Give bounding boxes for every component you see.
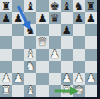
piece-black-rook[interactable]: ♜ [86, 0, 96, 11]
square-c5[interactable] [24, 36, 36, 48]
square-a7[interactable]: ♟ [0, 12, 12, 24]
piece-white-pawn[interactable]: ♟ [50, 49, 60, 60]
piece-black-pawn[interactable]: ♟ [62, 24, 72, 35]
square-c3[interactable]: ♞ [24, 61, 36, 73]
piece-black-pawn[interactable]: ♟ [38, 12, 48, 23]
square-d7[interactable]: ♟ [36, 12, 48, 24]
piece-white-pawn[interactable]: ♟ [1, 73, 11, 84]
square-b7[interactable]: ♟ [12, 12, 24, 24]
square-c4[interactable]: ♝ [24, 49, 36, 61]
square-h7[interactable]: ♟ [85, 12, 97, 24]
square-h6[interactable] [85, 24, 97, 36]
square-h8[interactable]: ♜ [85, 0, 97, 12]
square-b6[interactable] [12, 24, 24, 36]
square-a6[interactable] [0, 24, 12, 36]
square-b2[interactable]: ♟ [12, 73, 24, 85]
square-b5[interactable] [12, 36, 24, 48]
square-e6[interactable] [49, 24, 61, 36]
square-b8[interactable] [12, 0, 24, 12]
square-f5[interactable] [61, 36, 73, 48]
square-b3[interactable] [12, 61, 24, 73]
piece-white-pawn[interactable]: ♟ [86, 73, 96, 84]
square-g5[interactable] [73, 36, 85, 48]
piece-black-knight[interactable]: ♞ [74, 0, 84, 11]
square-h5[interactable] [85, 36, 97, 48]
piece-white-pawn[interactable]: ♟ [62, 73, 72, 84]
square-d4[interactable] [36, 49, 48, 61]
square-g3[interactable] [73, 61, 85, 73]
piece-white-pawn[interactable]: ♟ [13, 73, 23, 84]
square-g2[interactable]: ♟ [73, 73, 85, 85]
piece-white-king[interactable]: ♚ [74, 85, 84, 96]
square-e5[interactable] [49, 36, 61, 48]
square-d1[interactable] [36, 85, 48, 97]
square-a2[interactable]: ♟ [0, 73, 12, 85]
square-g6[interactable] [73, 24, 85, 36]
square-f6[interactable]: ♟ [61, 24, 73, 36]
square-f4[interactable] [61, 49, 73, 61]
square-a3[interactable] [0, 61, 12, 73]
chess-board[interactable]: ♜♝♚♝♞♜♟♟♟♛♟♟♞♟♛♝♟♞♟♟♟♟♟♜♝♜♚ [0, 0, 97, 97]
square-e2[interactable] [49, 73, 61, 85]
square-c1[interactable]: ♝ [24, 85, 36, 97]
square-a5[interactable] [0, 36, 12, 48]
square-b1[interactable] [12, 85, 24, 97]
piece-black-bishop[interactable]: ♝ [25, 0, 35, 11]
square-a4[interactable] [0, 49, 12, 61]
square-a8[interactable]: ♜ [0, 0, 12, 12]
square-f7[interactable] [61, 12, 73, 24]
square-h3[interactable] [85, 61, 97, 73]
piece-white-pawn[interactable]: ♟ [74, 73, 84, 84]
piece-white-knight[interactable]: ♞ [25, 61, 35, 72]
square-g7[interactable]: ♟ [73, 12, 85, 24]
square-h1[interactable] [85, 85, 97, 97]
piece-black-king[interactable]: ♚ [50, 0, 60, 11]
square-e7[interactable]: ♛ [49, 12, 61, 24]
square-d6[interactable] [36, 24, 48, 36]
piece-black-pawn[interactable]: ♟ [86, 12, 96, 23]
piece-black-pawn[interactable]: ♟ [13, 12, 23, 23]
square-e4[interactable]: ♟ [49, 49, 61, 61]
piece-white-bishop[interactable]: ♝ [25, 49, 35, 60]
piece-black-bishop[interactable]: ♝ [62, 0, 72, 11]
piece-white-bishop[interactable]: ♝ [25, 85, 35, 96]
square-g1[interactable]: ♚ [73, 85, 85, 97]
square-c2[interactable] [24, 73, 36, 85]
square-a1[interactable]: ♜ [0, 85, 12, 97]
square-c6[interactable]: ♞ [24, 24, 36, 36]
square-d3[interactable] [36, 61, 48, 73]
square-b4[interactable] [12, 49, 24, 61]
square-c8[interactable]: ♝ [24, 0, 36, 12]
square-g8[interactable]: ♞ [73, 0, 85, 12]
square-f1[interactable]: ♜ [61, 85, 73, 97]
piece-white-rook[interactable]: ♜ [62, 85, 72, 96]
square-f8[interactable]: ♝ [61, 0, 73, 12]
square-g4[interactable] [73, 49, 85, 61]
square-c7[interactable] [24, 12, 36, 24]
piece-black-pawn[interactable]: ♟ [74, 12, 84, 23]
piece-black-rook[interactable]: ♜ [1, 0, 11, 11]
piece-black-queen[interactable]: ♛ [50, 12, 60, 23]
square-f3[interactable] [61, 61, 73, 73]
square-e1[interactable] [49, 85, 61, 97]
piece-white-rook[interactable]: ♜ [1, 85, 11, 96]
square-d2[interactable] [36, 73, 48, 85]
square-h2[interactable]: ♟ [85, 73, 97, 85]
piece-black-pawn[interactable]: ♟ [1, 12, 11, 23]
piece-black-knight[interactable]: ♞ [25, 24, 35, 35]
square-h4[interactable] [85, 49, 97, 61]
square-e8[interactable]: ♚ [49, 0, 61, 12]
square-e3[interactable] [49, 61, 61, 73]
square-f2[interactable]: ♟ [61, 73, 73, 85]
piece-white-queen[interactable]: ♛ [38, 36, 48, 47]
square-d5[interactable]: ♛ [36, 36, 48, 48]
square-d8[interactable] [36, 0, 48, 12]
